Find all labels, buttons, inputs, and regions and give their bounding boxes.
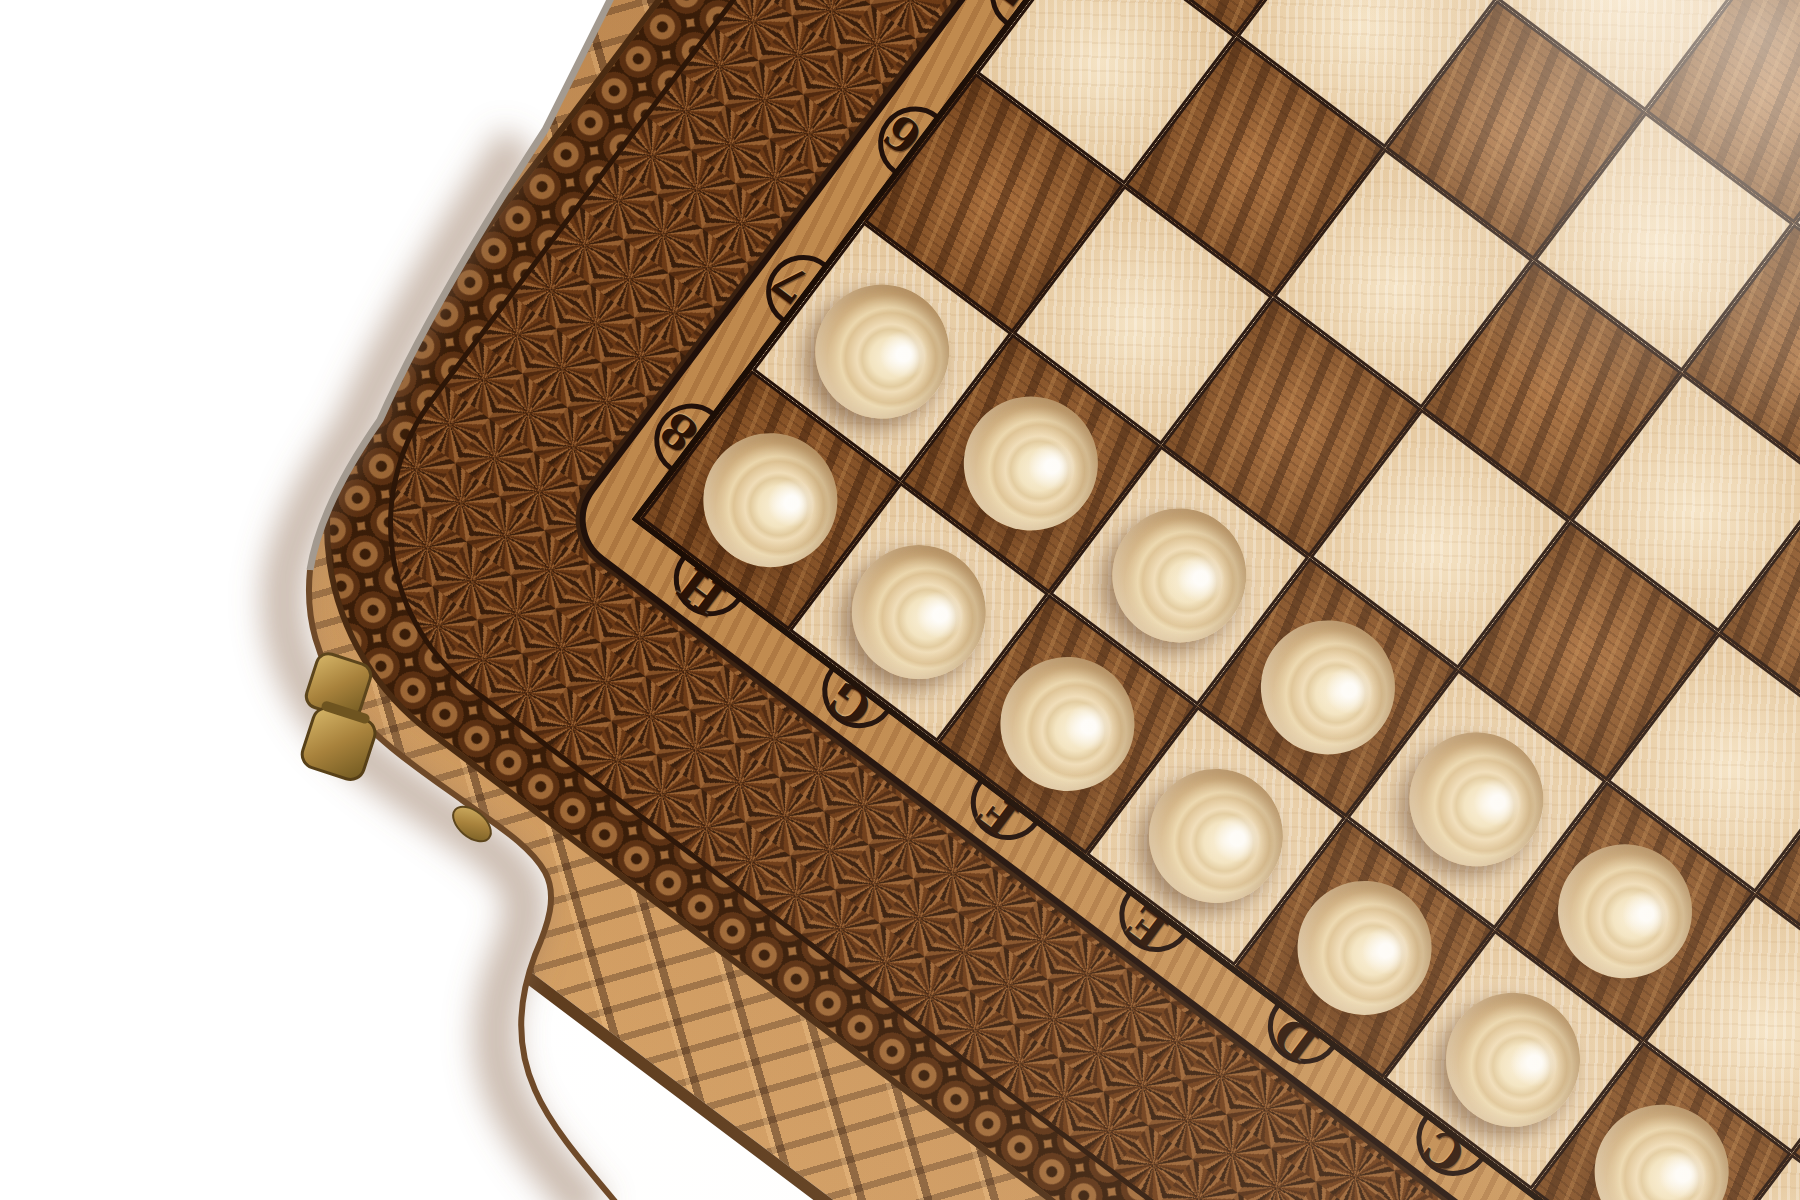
checker-piece-g7 [937,370,1125,558]
checker-piece-c8 [1419,966,1607,1154]
checker-piece-d8 [1271,854,1459,1042]
checker-piece-h7 [788,258,976,446]
checker-piece-h8 [676,406,864,594]
checker-piece-d7 [1383,706,1571,894]
checker-piece-e7 [1234,594,1422,782]
checker-piece-f8 [974,630,1162,818]
checker-piece-g8 [825,518,1013,706]
photo-canvas: ABCDEFGH87654321 [0,0,1800,1200]
checker-piece-e8 [1122,742,1310,930]
checker-piece-f7 [1086,482,1274,670]
checker-piece-c7 [1531,817,1719,1005]
